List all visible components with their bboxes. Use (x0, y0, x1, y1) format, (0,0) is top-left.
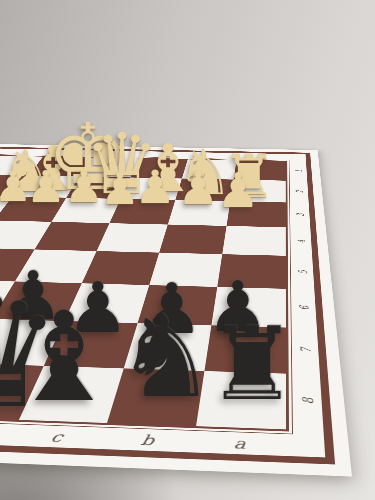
photo-scene: hgfedcba 12345678 ♞♝♚♛♝♞♜♟♟♟♟♟♟♟♟♟♟♟♛♝♞♜ (0, 0, 375, 500)
rank-label-2: 2 (272, 187, 327, 196)
piece-black-rook-a8[interactable]: ♜ (207, 314, 298, 415)
piece-black-knight-b8[interactable]: ♞ (115, 300, 217, 414)
rank-label-4: 4 (270, 236, 332, 247)
piece-white-pawn-f2[interactable]: ♟ (26, 165, 65, 209)
square-c4[interactable] (97, 223, 168, 252)
file-label-b: b (100, 430, 195, 450)
rank-label-1: 1 (273, 167, 324, 175)
piece-black-bishop-c8[interactable]: ♝ (8, 295, 119, 419)
piece-white-pawn-b2[interactable]: ♟ (177, 165, 218, 211)
rank-label-5: 5 (269, 266, 336, 279)
file-label-a: a (192, 433, 286, 453)
rank-label-3: 3 (271, 210, 329, 220)
square-b4[interactable] (159, 225, 226, 255)
piece-white-pawn-e2[interactable]: ♟ (64, 165, 103, 209)
piece-white-pawn-c2[interactable]: ♟ (134, 164, 175, 210)
piece-white-pawn-a2[interactable]: ♟ (216, 166, 259, 214)
